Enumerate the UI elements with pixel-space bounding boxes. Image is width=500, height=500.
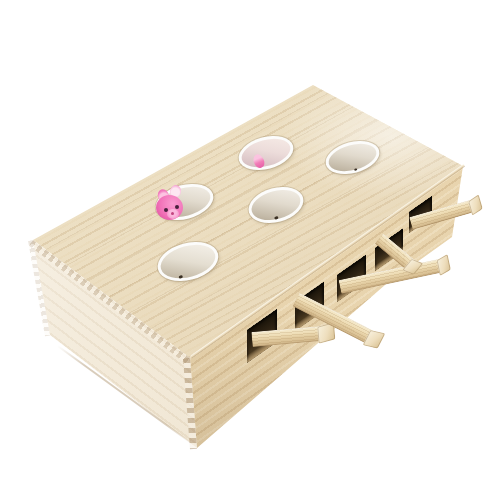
wood-speck: [274, 216, 279, 220]
pink-mouse-toy: [155, 184, 189, 222]
wood-speck: [178, 275, 183, 279]
wood-speck: [354, 168, 357, 171]
product-photo: [0, 0, 500, 500]
pink-mouse-ear-peek: [252, 153, 267, 170]
mouse-right-eye: [175, 205, 179, 209]
mouse-nose: [171, 212, 174, 215]
stick-cut-end: [437, 254, 451, 276]
